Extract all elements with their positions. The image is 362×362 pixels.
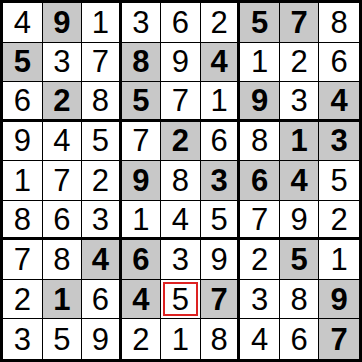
cell-r7c6[interactable]: 9 [201,240,241,280]
cell-r4c5[interactable]: 2 [161,122,201,162]
cell-r2c9[interactable]: 6 [319,43,359,83]
cell-r3c9[interactable]: 4 [319,82,359,122]
cell-r2c1[interactable]: 5 [3,43,43,83]
cell-r6c1[interactable]: 8 [3,201,43,241]
cell-r7c7[interactable]: 2 [240,240,280,280]
cell-r9c1[interactable]: 3 [3,319,43,359]
cell-r1c5[interactable]: 6 [161,3,201,43]
cell-r4c9[interactable]: 3 [319,122,359,162]
cell-r6c5[interactable]: 4 [161,201,201,241]
cell-r5c9[interactable]: 5 [319,161,359,201]
cell-r3c6[interactable]: 1 [201,82,241,122]
cell-r1c6[interactable]: 2 [201,3,241,43]
cell-r8c1[interactable]: 2 [3,280,43,320]
cell-r5c3[interactable]: 2 [82,161,122,201]
cell-r8c6[interactable]: 7 [201,280,241,320]
cell-r7c9[interactable]: 1 [319,240,359,280]
cell-r7c4[interactable]: 6 [122,240,162,280]
sudoku-app: 4913625785378941266285719349457268131729… [0,0,362,362]
cell-r6c9[interactable]: 2 [319,201,359,241]
cell-r1c3[interactable]: 1 [82,3,122,43]
cell-r6c6[interactable]: 5 [201,201,241,241]
cell-r9c8[interactable]: 6 [280,319,320,359]
cell-r8c4[interactable]: 4 [122,280,162,320]
cell-r1c4[interactable]: 3 [122,3,162,43]
cell-r7c8[interactable]: 5 [280,240,320,280]
cell-r2c6[interactable]: 4 [201,43,241,83]
cell-r8c5[interactable]: 5 [161,280,201,320]
cell-r8c7[interactable]: 3 [240,280,280,320]
cell-r5c5[interactable]: 8 [161,161,201,201]
cell-r4c7[interactable]: 8 [240,122,280,162]
cell-r3c7[interactable]: 9 [240,82,280,122]
cell-r5c7[interactable]: 6 [240,161,280,201]
cell-r5c2[interactable]: 7 [43,161,83,201]
cell-r4c2[interactable]: 4 [43,122,83,162]
cell-r4c3[interactable]: 5 [82,122,122,162]
cell-r2c4[interactable]: 8 [122,43,162,83]
cell-r8c9[interactable]: 9 [319,280,359,320]
cell-r8c8[interactable]: 8 [280,280,320,320]
cell-r2c2[interactable]: 3 [43,43,83,83]
cell-r1c2[interactable]: 9 [43,3,83,43]
cell-r4c4[interactable]: 7 [122,122,162,162]
cell-r7c1[interactable]: 7 [3,240,43,280]
cell-r9c3[interactable]: 9 [82,319,122,359]
sudoku-board: 4913625785378941266285719349457268131729… [0,0,362,362]
cell-r3c2[interactable]: 2 [43,82,83,122]
cell-r5c8[interactable]: 4 [280,161,320,201]
cell-r4c8[interactable]: 1 [280,122,320,162]
cell-r3c3[interactable]: 8 [82,82,122,122]
cell-r6c2[interactable]: 6 [43,201,83,241]
cell-r9c2[interactable]: 5 [43,319,83,359]
cell-r6c4[interactable]: 1 [122,201,162,241]
cell-r3c1[interactable]: 6 [3,82,43,122]
cell-r4c1[interactable]: 9 [3,122,43,162]
cell-r2c8[interactable]: 2 [280,43,320,83]
cell-r8c3[interactable]: 6 [82,280,122,320]
cell-r9c9[interactable]: 7 [319,319,359,359]
cell-r2c3[interactable]: 7 [82,43,122,83]
cell-r7c5[interactable]: 3 [161,240,201,280]
cell-r2c5[interactable]: 9 [161,43,201,83]
cell-r1c1[interactable]: 4 [3,3,43,43]
cell-r5c4[interactable]: 9 [122,161,162,201]
cell-r4c6[interactable]: 6 [201,122,241,162]
cell-r7c2[interactable]: 8 [43,240,83,280]
cell-r6c7[interactable]: 7 [240,201,280,241]
cell-r9c6[interactable]: 8 [201,319,241,359]
cell-r9c7[interactable]: 4 [240,319,280,359]
cell-r9c5[interactable]: 1 [161,319,201,359]
cell-r5c1[interactable]: 1 [3,161,43,201]
cell-r6c8[interactable]: 9 [280,201,320,241]
cell-r1c8[interactable]: 7 [280,3,320,43]
cell-r3c8[interactable]: 3 [280,82,320,122]
cell-r1c9[interactable]: 8 [319,3,359,43]
cell-r1c7[interactable]: 5 [240,3,280,43]
cell-r5c6[interactable]: 3 [201,161,241,201]
cell-r3c5[interactable]: 7 [161,82,201,122]
cell-r7c3[interactable]: 4 [82,240,122,280]
cell-r6c3[interactable]: 3 [82,201,122,241]
cell-r9c4[interactable]: 2 [122,319,162,359]
cell-r3c4[interactable]: 5 [122,82,162,122]
cell-r2c7[interactable]: 1 [240,43,280,83]
cell-r8c2[interactable]: 1 [43,280,83,320]
